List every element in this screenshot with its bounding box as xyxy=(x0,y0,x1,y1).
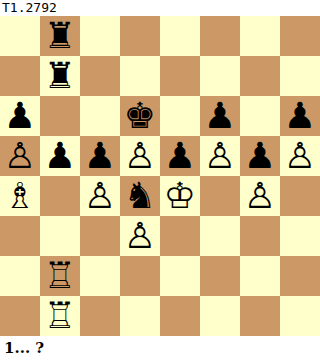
piece-black-pawn: ♟ xyxy=(244,136,276,176)
square-f5[interactable]: ♙ xyxy=(200,136,240,176)
square-b1[interactable]: ♖ xyxy=(40,296,80,336)
square-c8[interactable] xyxy=(80,16,120,56)
square-c5[interactable]: ♟ xyxy=(80,136,120,176)
piece-black-rook: ♜ xyxy=(44,56,76,96)
square-e4[interactable]: ♔ xyxy=(160,176,200,216)
square-b8[interactable]: ♜ xyxy=(40,16,80,56)
square-d2[interactable] xyxy=(120,256,160,296)
square-g8[interactable] xyxy=(240,16,280,56)
square-f7[interactable] xyxy=(200,56,240,96)
piece-white-pawn: ♙ xyxy=(4,136,36,176)
square-a8[interactable] xyxy=(0,16,40,56)
piece-black-pawn: ♟ xyxy=(284,96,316,136)
square-c1[interactable] xyxy=(80,296,120,336)
diagram-header: T1.2792 xyxy=(0,0,320,16)
square-f2[interactable] xyxy=(200,256,240,296)
piece-white-bishop: ♗ xyxy=(4,176,36,216)
piece-white-pawn: ♙ xyxy=(244,176,276,216)
chess-board: ♜♜♟♚♟♟♙♟♟♙♟♙♟♙♗♙♞♔♙♙♖♖ xyxy=(0,16,320,336)
square-g5[interactable]: ♟ xyxy=(240,136,280,176)
square-b6[interactable] xyxy=(40,96,80,136)
square-e1[interactable] xyxy=(160,296,200,336)
piece-white-pawn: ♙ xyxy=(84,176,116,216)
piece-white-pawn: ♙ xyxy=(124,136,156,176)
square-h6[interactable]: ♟ xyxy=(280,96,320,136)
square-f8[interactable] xyxy=(200,16,240,56)
square-f6[interactable]: ♟ xyxy=(200,96,240,136)
square-a5[interactable]: ♙ xyxy=(0,136,40,176)
square-f4[interactable] xyxy=(200,176,240,216)
piece-black-knight: ♞ xyxy=(124,176,156,216)
square-d1[interactable] xyxy=(120,296,160,336)
square-h4[interactable] xyxy=(280,176,320,216)
piece-black-pawn: ♟ xyxy=(44,136,76,176)
square-e5[interactable]: ♟ xyxy=(160,136,200,176)
square-a3[interactable] xyxy=(0,216,40,256)
square-h3[interactable] xyxy=(280,216,320,256)
diagram-footer: 1... ? xyxy=(0,336,320,360)
square-f1[interactable] xyxy=(200,296,240,336)
square-e8[interactable] xyxy=(160,16,200,56)
square-a7[interactable] xyxy=(0,56,40,96)
square-e6[interactable] xyxy=(160,96,200,136)
piece-black-pawn: ♟ xyxy=(164,136,196,176)
square-g3[interactable] xyxy=(240,216,280,256)
square-g1[interactable] xyxy=(240,296,280,336)
square-a4[interactable]: ♗ xyxy=(0,176,40,216)
square-d6[interactable]: ♚ xyxy=(120,96,160,136)
square-g6[interactable] xyxy=(240,96,280,136)
piece-white-rook: ♖ xyxy=(44,256,76,296)
piece-black-pawn: ♟ xyxy=(4,96,36,136)
square-b4[interactable] xyxy=(40,176,80,216)
piece-black-pawn: ♟ xyxy=(84,136,116,176)
square-g4[interactable]: ♙ xyxy=(240,176,280,216)
piece-white-pawn: ♙ xyxy=(124,216,156,256)
square-a6[interactable]: ♟ xyxy=(0,96,40,136)
square-b5[interactable]: ♟ xyxy=(40,136,80,176)
piece-black-pawn: ♟ xyxy=(204,96,236,136)
square-e2[interactable] xyxy=(160,256,200,296)
square-h2[interactable] xyxy=(280,256,320,296)
chess-diagram: T1.2792 ♜♜♟♚♟♟♙♟♟♙♟♙♟♙♗♙♞♔♙♙♖♖ 1... ? xyxy=(0,0,320,360)
square-c6[interactable] xyxy=(80,96,120,136)
square-e3[interactable] xyxy=(160,216,200,256)
square-e7[interactable] xyxy=(160,56,200,96)
piece-white-pawn: ♙ xyxy=(204,136,236,176)
square-h7[interactable] xyxy=(280,56,320,96)
square-b7[interactable]: ♜ xyxy=(40,56,80,96)
square-d7[interactable] xyxy=(120,56,160,96)
square-c3[interactable] xyxy=(80,216,120,256)
square-a1[interactable] xyxy=(0,296,40,336)
square-d4[interactable]: ♞ xyxy=(120,176,160,216)
square-g2[interactable] xyxy=(240,256,280,296)
square-b3[interactable] xyxy=(40,216,80,256)
piece-black-king: ♚ xyxy=(124,96,156,136)
square-h5[interactable]: ♙ xyxy=(280,136,320,176)
square-b2[interactable]: ♖ xyxy=(40,256,80,296)
square-c4[interactable]: ♙ xyxy=(80,176,120,216)
square-g7[interactable] xyxy=(240,56,280,96)
puzzle-id: T1.2792 xyxy=(0,1,57,15)
piece-white-pawn: ♙ xyxy=(284,136,316,176)
square-d8[interactable] xyxy=(120,16,160,56)
square-c2[interactable] xyxy=(80,256,120,296)
square-f3[interactable] xyxy=(200,216,240,256)
piece-black-rook: ♜ xyxy=(44,16,76,56)
piece-white-rook: ♖ xyxy=(44,296,76,336)
square-c7[interactable] xyxy=(80,56,120,96)
square-h1[interactable] xyxy=(280,296,320,336)
move-prompt: 1... ? xyxy=(0,339,44,357)
piece-white-king: ♔ xyxy=(164,176,196,216)
square-a2[interactable] xyxy=(0,256,40,296)
square-d5[interactable]: ♙ xyxy=(120,136,160,176)
square-d3[interactable]: ♙ xyxy=(120,216,160,256)
square-h8[interactable] xyxy=(280,16,320,56)
